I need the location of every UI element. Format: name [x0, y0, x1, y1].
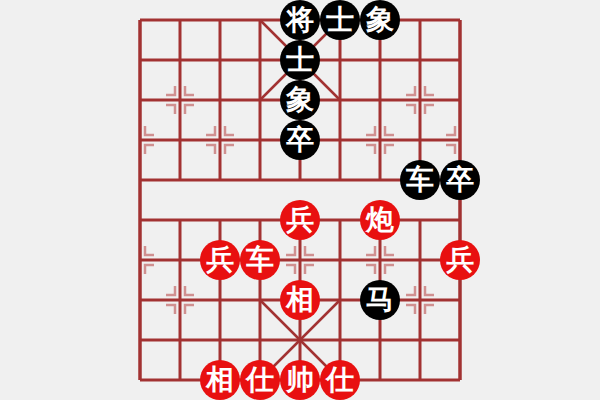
piece-glyph: 车 [246, 240, 274, 280]
piece-glyph: 相 [286, 280, 314, 320]
piece-glyph: 炮 [366, 200, 394, 240]
piece-red-advisor[interactable]: 仕 [320, 360, 360, 400]
piece-glyph: 象 [286, 80, 314, 120]
piece-black-advisor[interactable]: 士 [320, 0, 360, 40]
piece-black-general[interactable]: 将 [280, 0, 320, 40]
xiangqi-board-screenshot: 将士象士象卒车卒兵炮兵车兵相马相仕帅仕 [0, 0, 600, 400]
piece-red-soldier[interactable]: 兵 [280, 200, 320, 240]
piece-red-advisor[interactable]: 仕 [240, 360, 280, 400]
piece-glyph: 将 [286, 0, 314, 40]
piece-glyph: 相 [206, 360, 234, 400]
piece-red-elephant[interactable]: 相 [200, 360, 240, 400]
piece-black-soldier[interactable]: 卒 [440, 160, 480, 200]
piece-glyph: 象 [366, 0, 394, 40]
piece-glyph: 卒 [446, 160, 474, 200]
piece-black-horse[interactable]: 马 [360, 280, 400, 320]
piece-black-soldier[interactable]: 卒 [280, 120, 320, 160]
piece-glyph: 士 [286, 40, 314, 80]
piece-black-elephant[interactable]: 象 [280, 80, 320, 120]
piece-red-general[interactable]: 帅 [280, 360, 320, 400]
pieces-layer: 将士象士象卒车卒兵炮兵车兵相马相仕帅仕 [120, 0, 480, 400]
piece-red-elephant[interactable]: 相 [280, 280, 320, 320]
piece-glyph: 兵 [286, 200, 314, 240]
piece-red-cannon[interactable]: 炮 [360, 200, 400, 240]
piece-glyph: 马 [366, 280, 394, 320]
piece-glyph: 仕 [246, 360, 274, 400]
piece-red-soldier[interactable]: 兵 [200, 240, 240, 280]
piece-glyph: 帅 [286, 360, 314, 400]
piece-glyph: 士 [326, 0, 354, 40]
piece-glyph: 兵 [446, 240, 474, 280]
piece-glyph: 卒 [286, 120, 314, 160]
piece-red-soldier[interactable]: 兵 [440, 240, 480, 280]
piece-black-advisor[interactable]: 士 [280, 40, 320, 80]
piece-glyph: 车 [406, 160, 434, 200]
piece-glyph: 兵 [206, 240, 234, 280]
piece-black-chariot[interactable]: 车 [400, 160, 440, 200]
piece-glyph: 仕 [326, 360, 354, 400]
piece-red-chariot[interactable]: 车 [240, 240, 280, 280]
piece-black-elephant[interactable]: 象 [360, 0, 400, 40]
